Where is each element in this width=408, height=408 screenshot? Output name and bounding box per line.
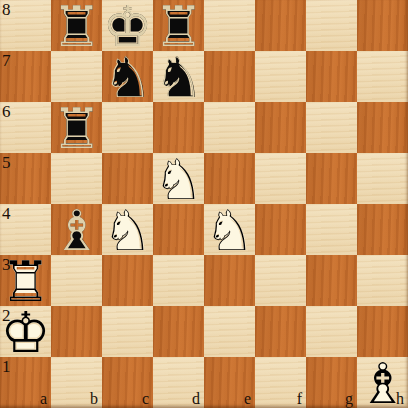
white-knight-icon: ♞ (204, 205, 255, 256)
square-d2[interactable] (153, 306, 204, 357)
square-b3[interactable] (51, 255, 102, 306)
square-e1[interactable] (204, 357, 255, 408)
piece-black-rook-b8[interactable]: ♜♖ (51, 0, 102, 51)
square-e3[interactable] (204, 255, 255, 306)
square-e7[interactable] (204, 51, 255, 102)
black-knight-icon: ♞ (102, 52, 153, 103)
square-d6[interactable] (153, 102, 204, 153)
square-c2[interactable] (102, 306, 153, 357)
square-c3[interactable] (102, 255, 153, 306)
square-h2[interactable] (357, 306, 408, 357)
piece-black-bishop-b4[interactable]: ♝♗ (51, 204, 102, 255)
white-king-icon: ♚ (0, 307, 51, 358)
square-c6[interactable] (102, 102, 153, 153)
square-c7[interactable]: ♞♘ (102, 51, 153, 102)
black-bishop-icon: ♝ (51, 205, 102, 256)
square-g8[interactable] (306, 0, 357, 51)
square-g5[interactable] (306, 153, 357, 204)
piece-black-king-c8[interactable]: ♚♔ (102, 0, 153, 51)
square-d4[interactable] (153, 204, 204, 255)
square-g3[interactable] (306, 255, 357, 306)
black-rook-outline-icon: ♖ (153, 1, 204, 52)
black-knight-icon: ♞ (153, 52, 204, 103)
white-knight-outline-icon: ♘ (153, 154, 204, 205)
piece-white-bishop-h1[interactable]: ♝♗ (357, 357, 408, 408)
square-a5[interactable] (0, 153, 51, 204)
square-a2[interactable]: ♚♔ (0, 306, 51, 357)
square-a8[interactable] (0, 0, 51, 51)
white-rook-icon: ♜ (0, 256, 51, 307)
square-d7[interactable]: ♞♘ (153, 51, 204, 102)
square-b7[interactable] (51, 51, 102, 102)
square-e2[interactable] (204, 306, 255, 357)
piece-white-knight-d5[interactable]: ♞♘ (153, 153, 204, 204)
square-h6[interactable] (357, 102, 408, 153)
square-h3[interactable] (357, 255, 408, 306)
square-f4[interactable] (255, 204, 306, 255)
square-h7[interactable] (357, 51, 408, 102)
piece-black-knight-c7[interactable]: ♞♘ (102, 51, 153, 102)
square-g1[interactable] (306, 357, 357, 408)
white-king-outline-icon: ♔ (0, 307, 51, 358)
piece-black-rook-d8[interactable]: ♜♖ (153, 0, 204, 51)
piece-white-knight-c4[interactable]: ♞♘ (102, 204, 153, 255)
piece-black-knight-d7[interactable]: ♞♘ (153, 51, 204, 102)
square-e5[interactable] (204, 153, 255, 204)
square-f7[interactable] (255, 51, 306, 102)
square-d8[interactable]: ♜♖ (153, 0, 204, 51)
black-king-outline-icon: ♔ (102, 1, 153, 52)
square-b8[interactable]: ♜♖ (51, 0, 102, 51)
square-a4[interactable] (0, 204, 51, 255)
black-rook-icon: ♜ (51, 1, 102, 52)
black-rook-outline-icon: ♖ (51, 103, 102, 154)
white-bishop-icon: ♝ (357, 358, 408, 408)
black-king-icon: ♚ (102, 1, 153, 52)
square-f8[interactable] (255, 0, 306, 51)
square-a7[interactable] (0, 51, 51, 102)
chess-board: ♜♖♚♔♜♖♞♘♞♘♜♖♞♘♝♗♞♘♞♘♜♖♚♔♝♗87654321abcdef… (0, 0, 408, 408)
black-rook-icon: ♜ (153, 1, 204, 52)
square-a1[interactable] (0, 357, 51, 408)
square-c1[interactable] (102, 357, 153, 408)
square-a3[interactable]: ♜♖ (0, 255, 51, 306)
square-a6[interactable] (0, 102, 51, 153)
white-knight-icon: ♞ (153, 154, 204, 205)
square-h8[interactable] (357, 0, 408, 51)
square-b6[interactable]: ♜♖ (51, 102, 102, 153)
black-knight-outline-icon: ♘ (102, 52, 153, 103)
square-h1[interactable]: ♝♗ (357, 357, 408, 408)
white-knight-icon: ♞ (102, 205, 153, 256)
square-g6[interactable] (306, 102, 357, 153)
black-rook-outline-icon: ♖ (51, 1, 102, 52)
black-rook-icon: ♜ (51, 103, 102, 154)
square-d3[interactable] (153, 255, 204, 306)
piece-white-king-a2[interactable]: ♚♔ (0, 306, 51, 357)
square-f5[interactable] (255, 153, 306, 204)
black-bishop-outline-icon: ♗ (51, 205, 102, 256)
square-g4[interactable] (306, 204, 357, 255)
square-b5[interactable] (51, 153, 102, 204)
square-c8[interactable]: ♚♔ (102, 0, 153, 51)
white-bishop-outline-icon: ♗ (357, 358, 408, 408)
white-knight-outline-icon: ♘ (102, 205, 153, 256)
square-b2[interactable] (51, 306, 102, 357)
white-rook-outline-icon: ♖ (0, 256, 51, 307)
square-e4[interactable]: ♞♘ (204, 204, 255, 255)
piece-white-knight-e4[interactable]: ♞♘ (204, 204, 255, 255)
square-f2[interactable] (255, 306, 306, 357)
piece-white-rook-a3[interactable]: ♜♖ (0, 255, 51, 306)
square-g7[interactable] (306, 51, 357, 102)
square-d5[interactable]: ♞♘ (153, 153, 204, 204)
black-knight-outline-icon: ♘ (153, 52, 204, 103)
square-c5[interactable] (102, 153, 153, 204)
white-knight-outline-icon: ♘ (204, 205, 255, 256)
square-g2[interactable] (306, 306, 357, 357)
square-h5[interactable] (357, 153, 408, 204)
square-b4[interactable]: ♝♗ (51, 204, 102, 255)
square-f3[interactable] (255, 255, 306, 306)
square-c4[interactable]: ♞♘ (102, 204, 153, 255)
square-e8[interactable] (204, 0, 255, 51)
piece-black-rook-b6[interactable]: ♜♖ (51, 102, 102, 153)
square-f6[interactable] (255, 102, 306, 153)
square-b1[interactable] (51, 357, 102, 408)
square-h4[interactable] (357, 204, 408, 255)
square-f1[interactable] (255, 357, 306, 408)
square-e6[interactable] (204, 102, 255, 153)
square-d1[interactable] (153, 357, 204, 408)
